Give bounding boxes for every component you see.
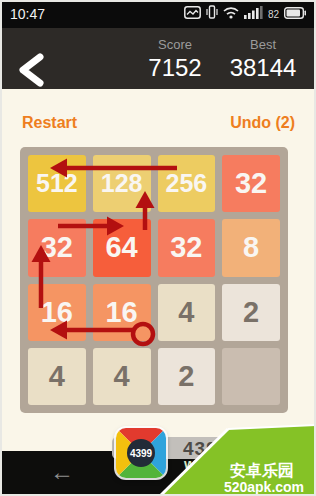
empty-cell-r4c4	[222, 348, 280, 405]
score-label: Score	[130, 36, 220, 54]
battery-percent-text: 82	[268, 9, 279, 20]
best-value: 38144	[218, 54, 308, 82]
vibrate-icon	[206, 5, 218, 23]
score-box: Score 7152	[130, 36, 220, 82]
phone-screen: 10:47 82 Score 7152	[0, 0, 316, 496]
tile-128-r1c2: 128	[93, 155, 151, 212]
tile-256-r1c3: 256	[158, 155, 216, 212]
ribbon-site-url: 520apk.com	[224, 479, 304, 495]
score-value: 7152	[130, 54, 220, 82]
tile-8-r2c4: 8	[222, 219, 280, 276]
tile-2-r4c3: 2	[158, 348, 216, 405]
tile-16-r3c2: 16	[93, 284, 151, 341]
clock: 10:47	[10, 6, 45, 22]
screenshot-notification-icon	[184, 5, 201, 23]
tile-4-r4c1: 4	[28, 348, 86, 405]
ribbon-site-name: 安卓乐园	[230, 462, 294, 479]
tile-32-r2c3: 32	[158, 219, 216, 276]
restart-button[interactable]: Restart	[22, 114, 77, 132]
frame-edge-top	[0, 0, 316, 2]
tile-16-r3c1: 16	[28, 284, 86, 341]
tile-4-r3c3: 4	[158, 284, 216, 341]
tile-64-r2c2: 64	[93, 219, 151, 276]
board-2048[interactable]: 512128256323264328161642442	[20, 147, 288, 413]
back-chevron-icon[interactable]	[14, 52, 46, 92]
frame-edge-left	[0, 0, 2, 496]
tile-512-r1c1: 512	[28, 155, 86, 212]
tile-2-r3c4: 2	[222, 284, 280, 341]
battery-icon	[284, 5, 306, 23]
nav-back-icon[interactable]: ←	[50, 458, 74, 486]
game-header: Score 7152 Best 38144	[0, 28, 316, 89]
best-box: Best 38144	[218, 36, 308, 82]
status-bar: 10:47 82	[0, 0, 316, 28]
wifi-icon	[223, 5, 239, 23]
tile-32-r1c4: 32	[222, 155, 280, 212]
signal-strength-icon	[244, 5, 263, 23]
tile-4-r4c2: 4	[93, 348, 151, 405]
best-label: Best	[218, 36, 308, 54]
frame-edge-right	[314, 0, 316, 496]
undo-button[interactable]: Undo (2)	[230, 114, 295, 132]
tile-32-r2c1: 32	[28, 219, 86, 276]
corner-ribbon: 安卓乐园 520apk.com	[140, 420, 316, 496]
